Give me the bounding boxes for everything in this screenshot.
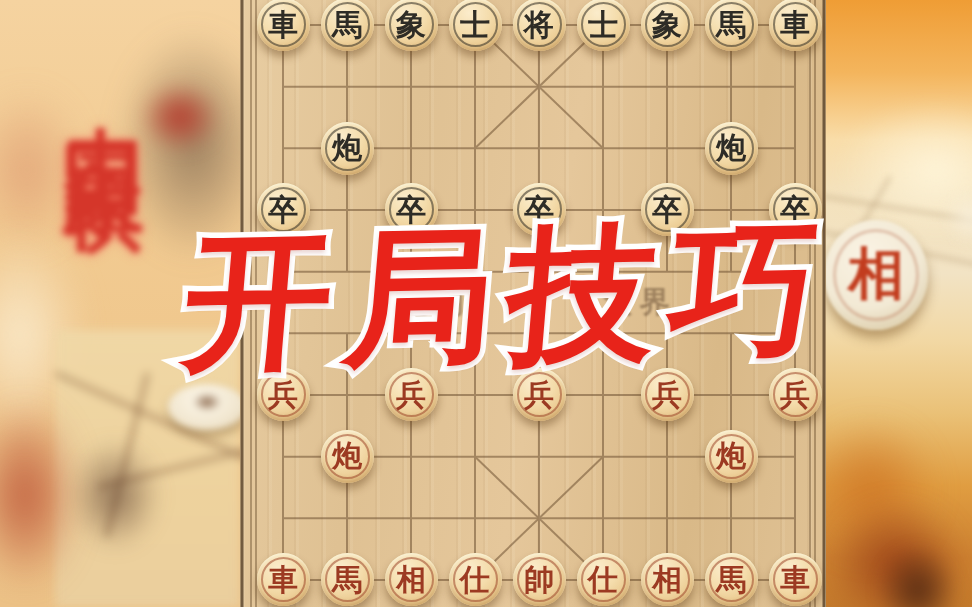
piece-glyph: 炮 (332, 133, 362, 163)
piece-glyph: 車 (780, 10, 810, 40)
board-point-i2[interactable] (763, 426, 826, 488)
board-point-e9[interactable]: 将 (507, 0, 571, 56)
board-point-b8[interactable] (315, 56, 379, 118)
board-point-e1[interactable] (507, 487, 571, 549)
board-point-f9[interactable]: 士 (571, 0, 635, 56)
board-point-g2[interactable] (635, 426, 699, 488)
left-vertical-title: 中国象棋 (50, 62, 158, 502)
red-piece-車[interactable]: 車 (769, 553, 822, 606)
board-point-b2[interactable]: 炮 (315, 426, 379, 488)
board-point-d1[interactable] (443, 487, 507, 549)
board-point-c2[interactable] (379, 426, 443, 488)
board-point-i9[interactable]: 車 (763, 0, 826, 56)
red-piece-帥[interactable]: 帥 (513, 553, 566, 606)
board-point-f7[interactable] (571, 117, 635, 179)
piece-glyph: 仕 (460, 565, 490, 595)
piece-glyph: 炮 (716, 441, 746, 471)
board-point-h9[interactable]: 馬 (699, 0, 763, 56)
piece-glyph: 象 (396, 10, 426, 40)
piece-glyph: 将 (524, 10, 554, 40)
board-point-f1[interactable] (571, 487, 635, 549)
board-point-g7[interactable] (635, 117, 699, 179)
black-piece-将[interactable]: 将 (513, 0, 566, 51)
red-piece-炮[interactable]: 炮 (705, 430, 758, 483)
black-piece-炮[interactable]: 炮 (705, 122, 758, 175)
board-point-g1[interactable] (635, 487, 699, 549)
board-point-d7[interactable] (443, 117, 507, 179)
black-piece-馬[interactable]: 馬 (705, 0, 758, 51)
red-piece-炮[interactable]: 炮 (321, 430, 374, 483)
board-point-d9[interactable]: 士 (443, 0, 507, 56)
piece-glyph: 士 (588, 10, 618, 40)
black-piece-炮[interactable]: 炮 (321, 122, 374, 175)
board-point-c1[interactable] (379, 487, 443, 549)
red-piece-馬[interactable]: 馬 (705, 553, 758, 606)
board-point-a2[interactable] (251, 426, 315, 488)
board-point-a9[interactable]: 車 (251, 0, 315, 56)
piece-glyph: 車 (268, 10, 298, 40)
red-piece-仕[interactable]: 仕 (449, 553, 502, 606)
red-piece-相[interactable]: 相 (641, 553, 694, 606)
red-piece-相[interactable]: 相 (385, 553, 438, 606)
piece-glyph: 象 (652, 10, 682, 40)
board-point-b1[interactable] (315, 487, 379, 549)
piece-glyph: 帥 (524, 565, 554, 595)
board-point-f0[interactable]: 仕 (571, 549, 635, 607)
black-piece-士[interactable]: 士 (577, 0, 630, 51)
piece-glyph: 馬 (716, 10, 746, 40)
board-point-b0[interactable]: 馬 (315, 549, 379, 607)
board-point-h2[interactable]: 炮 (699, 426, 763, 488)
board-point-a0[interactable]: 車 (251, 549, 315, 607)
piece-glyph: 炮 (716, 133, 746, 163)
video-frame: 中国象棋 (0, 0, 972, 607)
board-point-e8[interactable] (507, 56, 571, 118)
black-piece-馬[interactable]: 馬 (321, 0, 374, 51)
board-point-c9[interactable]: 象 (379, 0, 443, 56)
board-point-i8[interactable] (763, 56, 826, 118)
piece-glyph: 相 (652, 565, 682, 595)
board-point-g0[interactable]: 相 (635, 549, 699, 607)
video-title-overlay: 开局技巧 (140, 190, 877, 405)
red-piece-仕[interactable]: 仕 (577, 553, 630, 606)
board-point-c0[interactable]: 相 (379, 549, 443, 607)
black-piece-象[interactable]: 象 (641, 0, 694, 51)
board-point-d0[interactable]: 仕 (443, 549, 507, 607)
board-point-g8[interactable] (635, 56, 699, 118)
piece-glyph: 車 (780, 565, 810, 595)
board-point-g9[interactable]: 象 (635, 0, 699, 56)
board-point-i7[interactable] (763, 117, 826, 179)
black-piece-車[interactable]: 車 (257, 0, 310, 51)
red-piece-馬[interactable]: 馬 (321, 553, 374, 606)
piece-glyph: 相 (396, 565, 426, 595)
black-piece-象[interactable]: 象 (385, 0, 438, 51)
board-point-a7[interactable] (251, 117, 315, 179)
board-point-h8[interactable] (699, 56, 763, 118)
piece-glyph: 炮 (332, 441, 362, 471)
right-orange-blur-blob (826, 420, 936, 560)
board-point-b9[interactable]: 馬 (315, 0, 379, 56)
piece-glyph: 車 (268, 565, 298, 595)
board-point-e0[interactable]: 帥 (507, 549, 571, 607)
board-point-h0[interactable]: 馬 (699, 549, 763, 607)
board-point-a8[interactable] (251, 56, 315, 118)
board-point-c7[interactable] (379, 117, 443, 179)
piece-glyph: 馬 (716, 565, 746, 595)
piece-glyph: 馬 (332, 10, 362, 40)
board-point-i1[interactable] (763, 487, 826, 549)
board-point-f8[interactable] (571, 56, 635, 118)
right-red-blur-blob (826, 500, 966, 607)
board-point-c8[interactable] (379, 56, 443, 118)
black-piece-士[interactable]: 士 (449, 0, 502, 51)
right-dark-silhouette-blob (878, 545, 958, 607)
board-point-d8[interactable] (443, 56, 507, 118)
board-point-e7[interactable] (507, 117, 571, 179)
red-piece-車[interactable]: 車 (257, 553, 310, 606)
board-point-d2[interactable] (443, 426, 507, 488)
board-point-e2[interactable] (507, 426, 571, 488)
board-point-h7[interactable]: 炮 (699, 117, 763, 179)
piece-glyph: 馬 (332, 565, 362, 595)
piece-glyph: 士 (460, 10, 490, 40)
board-point-b7[interactable]: 炮 (315, 117, 379, 179)
board-point-f2[interactable] (571, 426, 635, 488)
board-point-i0[interactable]: 車 (763, 549, 826, 607)
black-piece-車[interactable]: 車 (769, 0, 822, 51)
board-point-a1[interactable] (251, 487, 315, 549)
piece-glyph: 仕 (588, 565, 618, 595)
board-point-h1[interactable] (699, 487, 763, 549)
